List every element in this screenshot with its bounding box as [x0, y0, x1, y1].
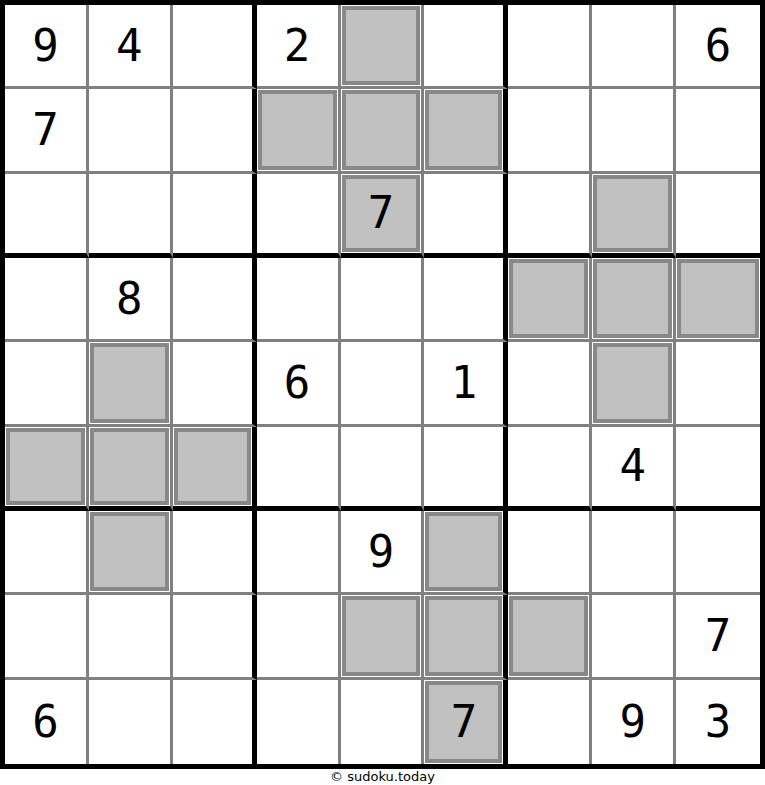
- cell-r6c5[interactable]: [341, 427, 425, 511]
- given-digit: 7: [368, 191, 395, 235]
- cell-r7c6[interactable]: [424, 511, 508, 595]
- given-digit: 2: [284, 24, 311, 68]
- cell-r4c2: 8: [89, 258, 173, 342]
- cell-r5c2[interactable]: [89, 342, 173, 426]
- cell-r1c6[interactable]: [424, 5, 508, 89]
- cell-r6c4[interactable]: [257, 427, 341, 511]
- given-digit: 3: [705, 700, 732, 744]
- cell-r1c1: 9: [5, 5, 89, 89]
- cell-r6c1[interactable]: [5, 427, 89, 511]
- shaded-region-cell: [425, 90, 502, 169]
- cell-r2c9[interactable]: [676, 89, 760, 173]
- cell-r4c9[interactable]: [676, 258, 760, 342]
- given-digit: 4: [619, 444, 646, 488]
- cell-r2c5[interactable]: [341, 89, 425, 173]
- shaded-region-cell: [90, 343, 169, 422]
- cell-r1c8[interactable]: [592, 5, 676, 89]
- cell-r5c9[interactable]: [676, 342, 760, 426]
- cell-r5c5[interactable]: [341, 342, 425, 426]
- cell-r9c9: 3: [676, 680, 760, 764]
- cell-r9c2[interactable]: [89, 680, 173, 764]
- cell-r1c5[interactable]: [341, 5, 425, 89]
- cell-r5c3[interactable]: [173, 342, 257, 426]
- cell-r2c7[interactable]: [508, 89, 592, 173]
- shaded-region-cell: [342, 90, 421, 169]
- cell-r8c1[interactable]: [5, 595, 89, 679]
- cell-r4c8[interactable]: [592, 258, 676, 342]
- cell-r1c3[interactable]: [173, 5, 257, 89]
- shaded-region-cell: [90, 512, 169, 591]
- shaded-region-cell: [174, 428, 251, 505]
- cell-r4c4[interactable]: [257, 258, 341, 342]
- cell-r6c8: 4: [592, 427, 676, 511]
- shaded-region-cell: [509, 596, 588, 675]
- cell-r6c9[interactable]: [676, 427, 760, 511]
- given-digit: 6: [705, 24, 732, 68]
- cell-r4c7[interactable]: [508, 258, 592, 342]
- cell-r5c8[interactable]: [592, 342, 676, 426]
- given-digit: 4: [116, 24, 143, 68]
- shaded-region-cell: [258, 90, 337, 169]
- shaded-region-cell: [677, 259, 759, 338]
- cell-r8c7[interactable]: [508, 595, 592, 679]
- cell-r9c4[interactable]: [257, 680, 341, 764]
- cell-r5c1[interactable]: [5, 342, 89, 426]
- cell-r3c9[interactable]: [676, 174, 760, 258]
- cell-r7c7[interactable]: [508, 511, 592, 595]
- cell-r1c2: 4: [89, 5, 173, 89]
- cell-r3c2[interactable]: [89, 174, 173, 258]
- cell-r7c5: 9: [341, 511, 425, 595]
- cell-r3c8[interactable]: [592, 174, 676, 258]
- sudoku-board: 9426778614976793: [0, 0, 765, 769]
- cell-r2c8[interactable]: [592, 89, 676, 173]
- given-digit: 7: [451, 700, 478, 744]
- cell-r8c3[interactable]: [173, 595, 257, 679]
- cell-r9c3[interactable]: [173, 680, 257, 764]
- cell-r2c6[interactable]: [424, 89, 508, 173]
- given-digit: 7: [705, 614, 732, 658]
- cell-r8c2[interactable]: [89, 595, 173, 679]
- given-digit: 9: [619, 700, 646, 744]
- cell-r4c3[interactable]: [173, 258, 257, 342]
- shaded-region-cell: [342, 6, 421, 85]
- cell-r2c3[interactable]: [173, 89, 257, 173]
- shaded-region-cell: [593, 175, 672, 252]
- copyright-text: © sudoku.today: [0, 769, 765, 785]
- cell-r7c8[interactable]: [592, 511, 676, 595]
- cell-r8c9: 7: [676, 595, 760, 679]
- shaded-region-cell: [425, 512, 502, 591]
- cell-r6c6[interactable]: [424, 427, 508, 511]
- cell-r2c1: 7: [5, 89, 89, 173]
- given-digit: 6: [284, 361, 311, 405]
- cell-r3c4[interactable]: [257, 174, 341, 258]
- cell-r5c7[interactable]: [508, 342, 592, 426]
- cell-r7c9[interactable]: [676, 511, 760, 595]
- cell-r3c7[interactable]: [508, 174, 592, 258]
- shaded-region-cell: [593, 259, 672, 338]
- cell-r4c6[interactable]: [424, 258, 508, 342]
- cell-r6c7[interactable]: [508, 427, 592, 511]
- cell-r1c7[interactable]: [508, 5, 592, 89]
- shaded-region-cell: [509, 259, 588, 338]
- cell-r3c6[interactable]: [424, 174, 508, 258]
- cell-r9c5[interactable]: [341, 680, 425, 764]
- cell-r3c5: 7: [341, 174, 425, 258]
- given-digit: 9: [32, 24, 59, 68]
- cell-r3c3[interactable]: [173, 174, 257, 258]
- cell-r7c2[interactable]: [89, 511, 173, 595]
- shaded-region-cell: [593, 343, 672, 422]
- given-digit: 1: [451, 361, 478, 405]
- cell-r8c4[interactable]: [257, 595, 341, 679]
- cell-r9c1: 6: [5, 680, 89, 764]
- cell-r2c2[interactable]: [89, 89, 173, 173]
- shaded-region-cell: [6, 428, 85, 505]
- cell-r8c5[interactable]: [341, 595, 425, 679]
- cell-r5c4: 6: [257, 342, 341, 426]
- cell-r4c1[interactable]: [5, 258, 89, 342]
- cell-r5c6: 1: [424, 342, 508, 426]
- cell-r7c3[interactable]: [173, 511, 257, 595]
- cell-r4c5[interactable]: [341, 258, 425, 342]
- given-digit: 8: [116, 277, 143, 321]
- cell-r2c4[interactable]: [257, 89, 341, 173]
- given-digit: 7: [32, 108, 59, 152]
- given-digit: 6: [32, 700, 59, 744]
- shaded-region-cell: [342, 596, 421, 675]
- cell-r3c1[interactable]: [5, 174, 89, 258]
- shaded-region-cell: [90, 428, 169, 505]
- cell-r1c9: 6: [676, 5, 760, 89]
- given-digit: 9: [368, 530, 395, 574]
- sudoku-page: 9426778614976793 © sudoku.today: [0, 0, 765, 785]
- cell-r7c4[interactable]: [257, 511, 341, 595]
- cell-r9c7[interactable]: [508, 680, 592, 764]
- cell-r1c4: 2: [257, 5, 341, 89]
- shaded-region-cell: [425, 596, 502, 675]
- cell-r7c1[interactable]: [5, 511, 89, 595]
- cell-r8c6[interactable]: [424, 595, 508, 679]
- cell-r9c8: 9: [592, 680, 676, 764]
- cell-r8c8[interactable]: [592, 595, 676, 679]
- cell-r6c3[interactable]: [173, 427, 257, 511]
- cell-r6c2[interactable]: [89, 427, 173, 511]
- cell-r9c6: 7: [424, 680, 508, 764]
